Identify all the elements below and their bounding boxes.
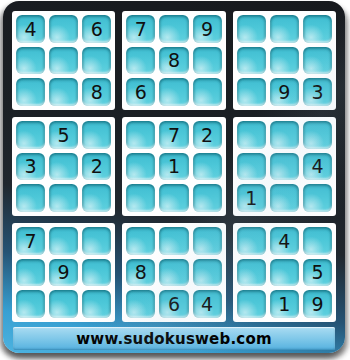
sudoku-cell-r1c8[interactable] bbox=[270, 15, 299, 43]
sudoku-cell-r7c3[interactable] bbox=[82, 227, 111, 255]
sudoku-box-r1c3: 93 bbox=[233, 11, 336, 110]
sudoku-cell-r9c2[interactable] bbox=[49, 290, 78, 318]
sudoku-cell-r1c2[interactable] bbox=[49, 15, 78, 43]
sudoku-cell-r9c5[interactable]: 6 bbox=[159, 290, 188, 318]
sudoku-box-r3c1: 79 bbox=[12, 223, 115, 322]
sudoku-cell-r5c7[interactable] bbox=[237, 153, 266, 181]
sudoku-cell-r8c3[interactable] bbox=[82, 259, 111, 287]
sudoku-box-r2c2: 721 bbox=[122, 117, 225, 216]
sudoku-cell-r5c6[interactable] bbox=[193, 153, 222, 181]
sudoku-cell-r7c4[interactable] bbox=[126, 227, 155, 255]
sudoku-cell-r1c4[interactable]: 7 bbox=[126, 15, 155, 43]
sudoku-board-plaque: 46879869353272141798644519 www.sudokuswe… bbox=[3, 1, 345, 353]
sudoku-box-r2c1: 532 bbox=[12, 117, 115, 216]
sudoku-cell-r6c5[interactable] bbox=[159, 184, 188, 212]
sudoku-cell-r6c9[interactable] bbox=[303, 184, 332, 212]
sudoku-cell-r3c7[interactable] bbox=[237, 78, 266, 106]
sudoku-cell-r9c8[interactable]: 1 bbox=[270, 290, 299, 318]
sudoku-cell-r1c7[interactable] bbox=[237, 15, 266, 43]
sudoku-cell-r4c6[interactable]: 2 bbox=[193, 121, 222, 149]
sudoku-cell-r5c1[interactable]: 3 bbox=[16, 153, 45, 181]
sudoku-cell-r2c4[interactable] bbox=[126, 47, 155, 75]
sudoku-cell-r4c8[interactable] bbox=[270, 121, 299, 149]
sudoku-cell-r1c9[interactable] bbox=[303, 15, 332, 43]
sudoku-cell-r3c2[interactable] bbox=[49, 78, 78, 106]
sudoku-cell-r3c8[interactable]: 9 bbox=[270, 78, 299, 106]
sudoku-cell-r4c3[interactable] bbox=[82, 121, 111, 149]
sudoku-cell-r5c3[interactable]: 2 bbox=[82, 153, 111, 181]
sudoku-cell-r8c5[interactable] bbox=[159, 259, 188, 287]
sudoku-cell-r4c9[interactable] bbox=[303, 121, 332, 149]
sudoku-cell-r2c8[interactable] bbox=[270, 47, 299, 75]
sudoku-cell-r6c8[interactable] bbox=[270, 184, 299, 212]
sudoku-cell-r8c7[interactable] bbox=[237, 259, 266, 287]
sudoku-cell-r8c9[interactable]: 5 bbox=[303, 259, 332, 287]
sudoku-box-r3c3: 4519 bbox=[233, 223, 336, 322]
sudoku-cell-r1c1[interactable]: 4 bbox=[16, 15, 45, 43]
sudoku-cell-r9c1[interactable] bbox=[16, 290, 45, 318]
sudoku-cell-r9c3[interactable] bbox=[82, 290, 111, 318]
sudoku-cell-r6c3[interactable] bbox=[82, 184, 111, 212]
sudoku-cell-r6c1[interactable] bbox=[16, 184, 45, 212]
sudoku-cell-r7c6[interactable] bbox=[193, 227, 222, 255]
sudoku-cell-r4c5[interactable]: 7 bbox=[159, 121, 188, 149]
sudoku-box-r1c1: 468 bbox=[12, 11, 115, 110]
sudoku-cell-r2c2[interactable] bbox=[49, 47, 78, 75]
sudoku-cell-r3c4[interactable]: 6 bbox=[126, 78, 155, 106]
sudoku-cell-r2c3[interactable] bbox=[82, 47, 111, 75]
website-footer: www.sudokusweb.com bbox=[13, 327, 335, 350]
sudoku-cell-r6c6[interactable] bbox=[193, 184, 222, 212]
sudoku-cell-r1c5[interactable] bbox=[159, 15, 188, 43]
sudoku-box-r1c2: 7986 bbox=[122, 11, 225, 110]
sudoku-cell-r3c6[interactable] bbox=[193, 78, 222, 106]
sudoku-cell-r6c4[interactable] bbox=[126, 184, 155, 212]
sudoku-cell-r7c9[interactable] bbox=[303, 227, 332, 255]
sudoku-cell-r7c5[interactable] bbox=[159, 227, 188, 255]
sudoku-cell-r8c4[interactable]: 8 bbox=[126, 259, 155, 287]
sudoku-grid: 46879869353272141798644519 bbox=[12, 11, 336, 322]
sudoku-cell-r5c5[interactable]: 1 bbox=[159, 153, 188, 181]
sudoku-cell-r9c4[interactable] bbox=[126, 290, 155, 318]
sudoku-cell-r3c3[interactable]: 8 bbox=[82, 78, 111, 106]
sudoku-cell-r5c9[interactable]: 4 bbox=[303, 153, 332, 181]
sudoku-cell-r7c2[interactable] bbox=[49, 227, 78, 255]
sudoku-cell-r5c4[interactable] bbox=[126, 153, 155, 181]
sudoku-cell-r2c6[interactable] bbox=[193, 47, 222, 75]
sudoku-cell-r4c2[interactable]: 5 bbox=[49, 121, 78, 149]
sudoku-cell-r3c9[interactable]: 3 bbox=[303, 78, 332, 106]
sudoku-cell-r8c2[interactable]: 9 bbox=[49, 259, 78, 287]
sudoku-cell-r5c8[interactable] bbox=[270, 153, 299, 181]
website-url[interactable]: www.sudokusweb.com bbox=[76, 330, 271, 348]
sudoku-cell-r7c8[interactable]: 4 bbox=[270, 227, 299, 255]
sudoku-cell-r1c3[interactable]: 6 bbox=[82, 15, 111, 43]
sudoku-box-r2c3: 41 bbox=[233, 117, 336, 216]
sudoku-cell-r6c7[interactable]: 1 bbox=[237, 184, 266, 212]
sudoku-cell-r1c6[interactable]: 9 bbox=[193, 15, 222, 43]
sudoku-cell-r8c1[interactable] bbox=[16, 259, 45, 287]
sudoku-cell-r2c7[interactable] bbox=[237, 47, 266, 75]
sudoku-cell-r2c9[interactable] bbox=[303, 47, 332, 75]
sudoku-cell-r8c8[interactable] bbox=[270, 259, 299, 287]
sudoku-cell-r7c1[interactable]: 7 bbox=[16, 227, 45, 255]
sudoku-box-r3c2: 864 bbox=[122, 223, 225, 322]
sudoku-cell-r7c7[interactable] bbox=[237, 227, 266, 255]
sudoku-cell-r3c5[interactable] bbox=[159, 78, 188, 106]
sudoku-cell-r8c6[interactable] bbox=[193, 259, 222, 287]
sudoku-cell-r6c2[interactable] bbox=[49, 184, 78, 212]
sudoku-cell-r4c7[interactable] bbox=[237, 121, 266, 149]
sudoku-cell-r2c5[interactable]: 8 bbox=[159, 47, 188, 75]
sudoku-cell-r9c7[interactable] bbox=[237, 290, 266, 318]
sudoku-cell-r2c1[interactable] bbox=[16, 47, 45, 75]
sudoku-cell-r9c6[interactable]: 4 bbox=[193, 290, 222, 318]
sudoku-cell-r5c2[interactable] bbox=[49, 153, 78, 181]
sudoku-cell-r3c1[interactable] bbox=[16, 78, 45, 106]
sudoku-cell-r4c4[interactable] bbox=[126, 121, 155, 149]
sudoku-cell-r4c1[interactable] bbox=[16, 121, 45, 149]
sudoku-cell-r9c9[interactable]: 9 bbox=[303, 290, 332, 318]
